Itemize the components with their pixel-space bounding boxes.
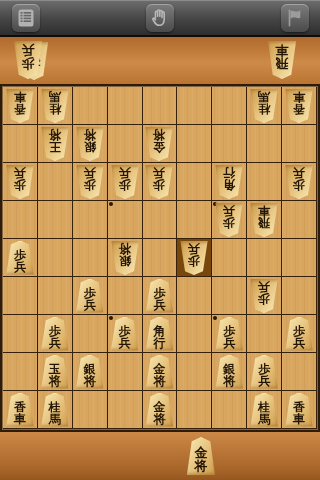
piece-歩兵-white[interactable]: 歩兵 xyxy=(250,279,279,313)
hand-icon xyxy=(149,7,171,29)
piece-香車-white[interactable]: 香車 xyxy=(5,89,34,123)
square-4c[interactable] xyxy=(177,163,212,201)
square-5a[interactable] xyxy=(143,87,178,125)
piece-歩兵-black[interactable]: 歩兵 xyxy=(215,317,244,351)
piece-角行-black[interactable]: 角行 xyxy=(145,317,174,351)
piece-kanji: 歩兵 xyxy=(250,355,279,389)
square-5g[interactable]: 角行 xyxy=(143,315,178,353)
square-6e[interactable]: 銀将 xyxy=(108,239,143,277)
square-7h[interactable]: 銀将 xyxy=(73,353,108,391)
piece-kanji: 銀将 xyxy=(215,355,244,389)
piece-金将-black[interactable]: 金将 xyxy=(145,355,174,389)
piece-kanji: 歩兵 xyxy=(285,317,314,351)
square-9d[interactable] xyxy=(3,201,38,239)
flag-icon xyxy=(284,7,306,29)
piece-kanji: 歩兵 xyxy=(110,317,139,351)
white-hand-tray: 歩兵歩兵飛車 xyxy=(0,37,320,84)
square-7d[interactable] xyxy=(73,201,108,239)
piece-歩兵-black[interactable]: 歩兵 xyxy=(5,241,34,275)
piece-銀将-black[interactable]: 銀将 xyxy=(75,355,104,389)
piece-歩兵-black[interactable]: 歩兵 xyxy=(285,317,314,351)
hand-button[interactable] xyxy=(146,4,174,32)
piece-kanji: 金将 xyxy=(145,127,174,161)
square-8f[interactable] xyxy=(38,277,73,315)
piece-金将-white[interactable]: 金将 xyxy=(145,127,174,161)
square-7b[interactable]: 銀将 xyxy=(73,125,108,163)
piece-kanji: 王将 xyxy=(40,127,69,161)
board-frame: 香車桂馬桂馬香車王将銀将金将歩兵歩兵歩兵歩兵角行歩兵歩兵飛車歩兵銀将歩兵歩兵歩兵… xyxy=(0,84,320,432)
square-2b[interactable] xyxy=(247,125,282,163)
piece-桂馬-white[interactable]: 桂馬 xyxy=(40,89,69,123)
square-4a[interactable] xyxy=(177,87,212,125)
square-5b[interactable]: 金将 xyxy=(143,125,178,163)
square-1h[interactable] xyxy=(282,353,317,391)
square-2h[interactable]: 歩兵 xyxy=(247,353,282,391)
square-7f[interactable]: 歩兵 xyxy=(73,277,108,315)
piece-香車-white[interactable]: 香車 xyxy=(285,89,314,123)
square-4d[interactable] xyxy=(177,201,212,239)
piece-kanji: 香車 xyxy=(285,89,314,123)
square-5c[interactable]: 歩兵 xyxy=(143,163,178,201)
piece-銀将-white[interactable]: 銀将 xyxy=(110,241,139,275)
square-1e[interactable] xyxy=(282,239,317,277)
piece-歩兵-white[interactable]: 歩兵 xyxy=(75,165,104,199)
black-hand-tray: 金将 xyxy=(0,432,320,480)
piece-香車-black[interactable]: 香車 xyxy=(285,393,314,427)
piece-王将-white[interactable]: 王将 xyxy=(40,127,69,161)
piece-歩兵-black[interactable]: 歩兵 xyxy=(75,279,104,313)
toolbar xyxy=(0,0,320,37)
square-8e[interactable] xyxy=(38,239,73,277)
piece-桂馬-black[interactable]: 桂馬 xyxy=(250,393,279,427)
square-4g[interactable] xyxy=(177,315,212,353)
piece-kanji: 銀将 xyxy=(75,355,104,389)
piece-kanji: 歩兵 xyxy=(75,165,104,199)
piece-桂馬-white[interactable]: 桂馬 xyxy=(250,89,279,123)
square-2c[interactable] xyxy=(247,163,282,201)
piece-桂馬-black[interactable]: 桂馬 xyxy=(40,393,69,427)
square-9c[interactable]: 歩兵 xyxy=(3,163,38,201)
square-3b[interactable] xyxy=(212,125,247,163)
piece-kanji: 歩兵 xyxy=(180,241,209,275)
square-1i[interactable]: 香車 xyxy=(282,391,317,429)
piece-kanji: 飛車 xyxy=(250,203,279,237)
square-6f[interactable] xyxy=(108,277,143,315)
piece-kanji: 歩兵 xyxy=(145,165,174,199)
piece-香車-black[interactable]: 香車 xyxy=(5,393,34,427)
piece-kanji: 歩兵 xyxy=(110,165,139,199)
square-6d[interactable] xyxy=(108,201,143,239)
square-3h[interactable]: 銀将 xyxy=(212,353,247,391)
piece-kanji: 桂馬 xyxy=(40,393,69,427)
square-2a[interactable]: 桂馬 xyxy=(247,87,282,125)
piece-金将-black[interactable]: 金将 xyxy=(186,437,216,475)
square-4i[interactable] xyxy=(177,391,212,429)
square-6i[interactable] xyxy=(108,391,143,429)
piece-歩兵-black[interactable]: 歩兵 xyxy=(250,355,279,389)
square-3c[interactable]: 角行 xyxy=(212,163,247,201)
square-7a[interactable] xyxy=(73,87,108,125)
square-6h[interactable] xyxy=(108,353,143,391)
square-5i[interactable]: 金将 xyxy=(143,391,178,429)
square-6a[interactable] xyxy=(108,87,143,125)
square-8a[interactable]: 桂馬 xyxy=(38,87,73,125)
list-icon xyxy=(15,7,37,29)
square-1c[interactable]: 歩兵 xyxy=(282,163,317,201)
square-3g[interactable]: 歩兵 xyxy=(212,315,247,353)
square-1d[interactable] xyxy=(282,201,317,239)
piece-歩兵-black[interactable]: 歩兵 xyxy=(110,317,139,351)
square-4e[interactable]: 歩兵 xyxy=(177,239,212,277)
square-9b[interactable] xyxy=(3,125,38,163)
piece-歩兵-black[interactable]: 歩兵 xyxy=(40,317,69,351)
square-8d[interactable] xyxy=(38,201,73,239)
piece-kanji: 桂馬 xyxy=(40,89,69,123)
square-7c[interactable]: 歩兵 xyxy=(73,163,108,201)
piece-歩兵-white[interactable]: 歩兵 xyxy=(285,165,314,199)
square-5f[interactable]: 歩兵 xyxy=(143,277,178,315)
piece-kanji: 桂馬 xyxy=(250,89,279,123)
square-6g[interactable]: 歩兵 xyxy=(108,315,143,353)
piece-kanji: 歩兵 xyxy=(145,279,174,313)
square-4f[interactable] xyxy=(177,277,212,315)
piece-kanji: 歩兵 xyxy=(215,317,244,351)
flag-button[interactable] xyxy=(281,4,309,32)
square-5e[interactable] xyxy=(143,239,178,277)
piece-銀将-white[interactable]: 銀将 xyxy=(75,127,104,161)
square-7e[interactable] xyxy=(73,239,108,277)
piece-kanji: 金将 xyxy=(145,393,174,427)
piece-銀将-black[interactable]: 銀将 xyxy=(215,355,244,389)
square-2e[interactable] xyxy=(247,239,282,277)
square-3i[interactable] xyxy=(212,391,247,429)
piece-kanji: 飛車 xyxy=(267,41,297,79)
square-8c[interactable] xyxy=(38,163,73,201)
square-1b[interactable] xyxy=(282,125,317,163)
piece-kanji: 香車 xyxy=(5,89,34,123)
piece-kanji: 角行 xyxy=(215,165,244,199)
piece-kanji: 香車 xyxy=(5,393,34,427)
square-3a[interactable] xyxy=(212,87,247,125)
piece-kanji: 銀将 xyxy=(75,127,104,161)
square-8h[interactable]: 玉将 xyxy=(38,353,73,391)
square-2i[interactable]: 桂馬 xyxy=(247,391,282,429)
piece-kanji: 歩兵 xyxy=(250,279,279,313)
piece-玉将-black[interactable]: 玉将 xyxy=(40,355,69,389)
piece-歩兵-white[interactable]: 歩兵 xyxy=(145,165,174,199)
piece-飛車-white[interactable]: 飛車 xyxy=(267,41,297,79)
square-3f[interactable] xyxy=(212,277,247,315)
piece-kanji: 香車 xyxy=(285,393,314,427)
square-9a[interactable]: 香車 xyxy=(3,87,38,125)
piece-kanji: 銀将 xyxy=(110,241,139,275)
square-1a[interactable]: 香車 xyxy=(282,87,317,125)
piece-kanji: 歩兵 xyxy=(5,241,34,275)
square-4h[interactable] xyxy=(177,353,212,391)
square-9h[interactable] xyxy=(3,353,38,391)
piece-歩兵-black[interactable]: 歩兵 xyxy=(145,279,174,313)
piece-kanji: 歩兵 xyxy=(75,279,104,313)
piece-歩兵-white[interactable]: 歩兵 xyxy=(180,241,209,275)
shogi-app: 歩兵歩兵飛車 香車桂馬桂馬香車王将銀将金将歩兵歩兵歩兵歩兵角行歩兵歩兵飛車歩兵銀… xyxy=(0,0,320,480)
piece-kanji: 桂馬 xyxy=(250,393,279,427)
piece-kanji: 歩兵 xyxy=(215,203,244,237)
square-8b[interactable]: 王将 xyxy=(38,125,73,163)
piece-金将-black[interactable]: 金将 xyxy=(145,393,174,427)
square-2d[interactable]: 飛車 xyxy=(247,201,282,239)
square-8i[interactable]: 桂馬 xyxy=(38,391,73,429)
square-8g[interactable]: 歩兵 xyxy=(38,315,73,353)
board-grid: 香車桂馬桂馬香車王将銀将金将歩兵歩兵歩兵歩兵角行歩兵歩兵飛車歩兵銀将歩兵歩兵歩兵… xyxy=(3,87,317,429)
piece-kanji: 金将 xyxy=(145,355,174,389)
moves-list-button[interactable] xyxy=(12,4,40,32)
square-9i[interactable]: 香車 xyxy=(3,391,38,429)
square-5h[interactable]: 金将 xyxy=(143,353,178,391)
square-1g[interactable]: 歩兵 xyxy=(282,315,317,353)
piece-飛車-white[interactable]: 飛車 xyxy=(250,203,279,237)
piece-kanji: 歩兵 xyxy=(5,165,34,199)
square-2f[interactable]: 歩兵 xyxy=(247,277,282,315)
piece-kanji: 歩兵 xyxy=(40,317,69,351)
square-3d[interactable]: 歩兵 xyxy=(212,201,247,239)
square-5d[interactable] xyxy=(143,201,178,239)
square-9e[interactable]: 歩兵 xyxy=(3,239,38,277)
square-1f[interactable] xyxy=(282,277,317,315)
piece-kanji: 金将 xyxy=(186,437,216,475)
square-4b[interactable] xyxy=(177,125,212,163)
piece-kanji: 歩兵 xyxy=(285,165,314,199)
piece-歩兵-white[interactable]: 歩兵 xyxy=(215,203,244,237)
square-9f[interactable] xyxy=(3,277,38,315)
piece-歩兵-white[interactable]: 歩兵 xyxy=(5,165,34,199)
piece-角行-white[interactable]: 角行 xyxy=(215,165,244,199)
square-7g[interactable] xyxy=(73,315,108,353)
square-9g[interactable] xyxy=(3,315,38,353)
piece-kanji: 角行 xyxy=(145,317,174,351)
square-3e[interactable] xyxy=(212,239,247,277)
piece-歩兵-white[interactable]: 歩兵 xyxy=(110,165,139,199)
square-6c[interactable]: 歩兵 xyxy=(108,163,143,201)
square-6b[interactable] xyxy=(108,125,143,163)
piece-kanji: 玉将 xyxy=(40,355,69,389)
square-2g[interactable] xyxy=(247,315,282,353)
square-7i[interactable] xyxy=(73,391,108,429)
